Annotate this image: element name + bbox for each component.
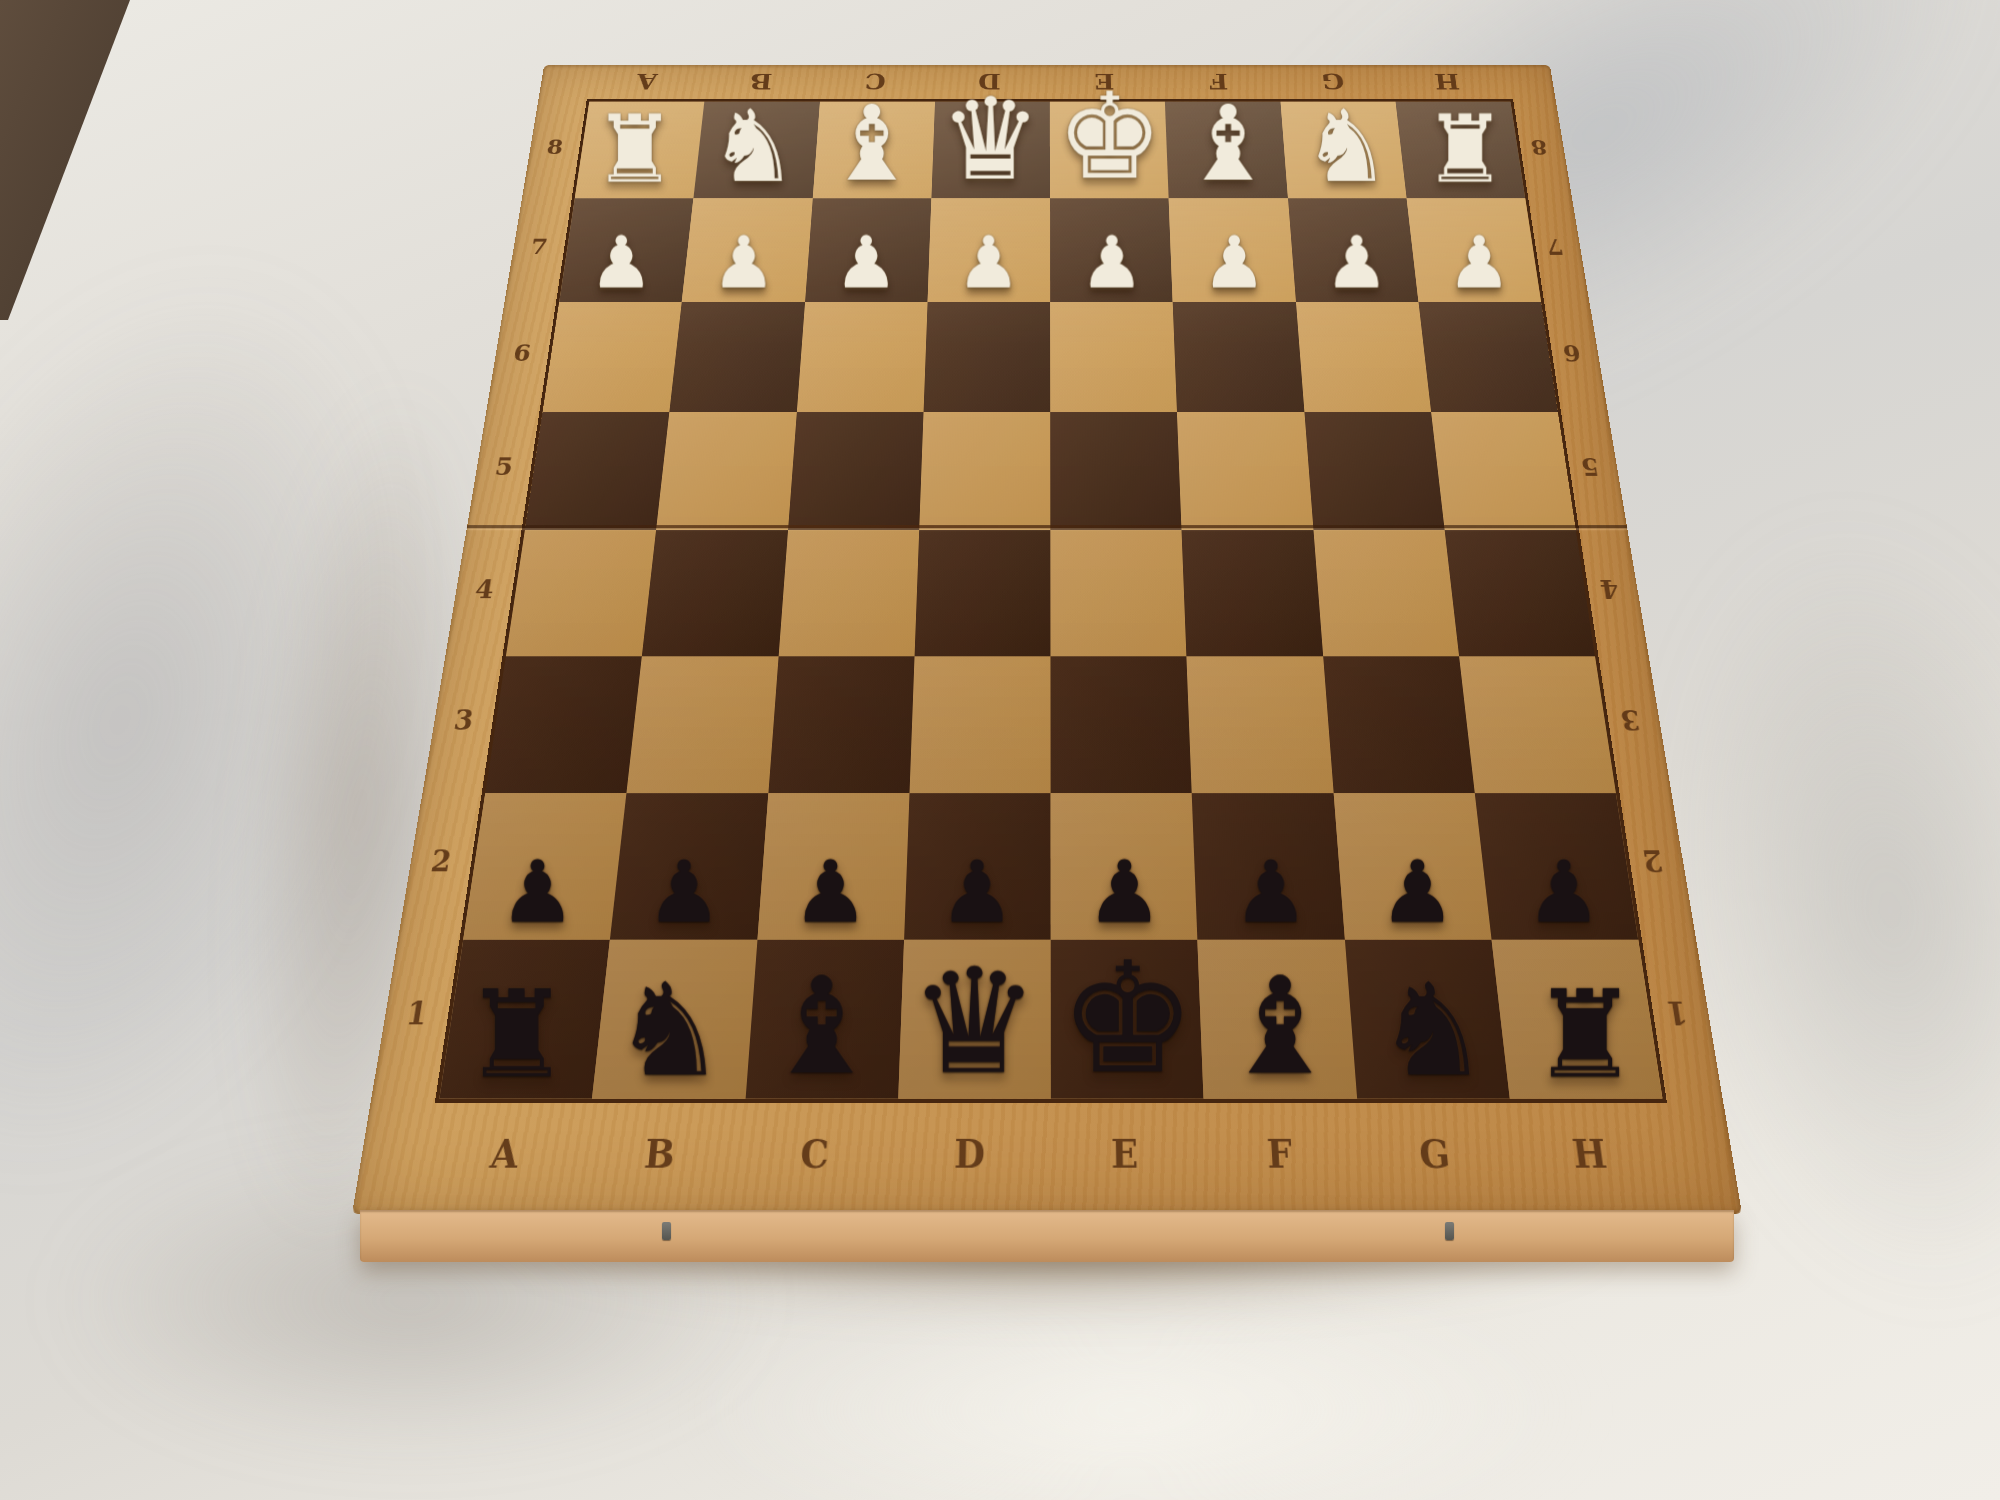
square-e7[interactable]: ♟ xyxy=(1050,199,1173,302)
piece-black-pawn[interactable]: ♟ xyxy=(1379,850,1456,936)
board-front-edge xyxy=(360,1210,1734,1262)
square-c5[interactable] xyxy=(788,412,924,530)
square-d7[interactable]: ♟ xyxy=(927,199,1050,302)
square-h4[interactable] xyxy=(1444,530,1595,657)
square-d4[interactable] xyxy=(914,530,1050,657)
file-label-bottom-e: E xyxy=(1111,1130,1139,1177)
square-g6[interactable] xyxy=(1296,302,1431,412)
piece-black-rook[interactable]: ♜ xyxy=(462,974,570,1094)
piece-black-king[interactable]: ♚ xyxy=(1058,941,1196,1094)
file-label-bottom-g: G xyxy=(1417,1130,1452,1177)
square-d8[interactable]: ♛ xyxy=(931,102,1050,199)
square-a1[interactable]: ♜ xyxy=(439,940,610,1099)
rank-label-right-5: 5 xyxy=(1579,453,1601,481)
piece-white-pawn[interactable]: ♟ xyxy=(1202,227,1266,299)
rank-label-right-2: 2 xyxy=(1640,844,1665,878)
square-e4[interactable] xyxy=(1050,530,1186,657)
square-e2[interactable]: ♟ xyxy=(1051,793,1198,940)
chessboard: ♜♞♝♛♚♝♞♜♟♟♟♟♟♟♟♟♟♟♟♟♟♟♟♟♜♞♝♛♚♝♞♜ 8765432… xyxy=(352,65,1742,1214)
clasp-pin-left xyxy=(662,1222,671,1240)
square-h6[interactable] xyxy=(1418,302,1558,412)
clasp-pin-right xyxy=(1445,1222,1454,1240)
square-a3[interactable] xyxy=(485,657,642,793)
piece-white-bishop[interactable]: ♝ xyxy=(1181,92,1274,196)
square-h1[interactable]: ♜ xyxy=(1491,940,1662,1099)
piece-black-pawn[interactable]: ♟ xyxy=(1086,850,1163,936)
piece-black-pawn[interactable]: ♟ xyxy=(792,850,869,936)
rank-label-right-3: 3 xyxy=(1618,704,1642,736)
square-h8[interactable]: ♜ xyxy=(1395,102,1525,199)
piece-black-knight[interactable]: ♞ xyxy=(1375,966,1490,1094)
square-e3[interactable] xyxy=(1050,657,1191,793)
square-g8[interactable]: ♞ xyxy=(1280,102,1406,199)
rank-label-left-8: 8 xyxy=(545,136,565,159)
piece-black-knight[interactable]: ♞ xyxy=(612,966,727,1094)
square-f2[interactable]: ♟ xyxy=(1192,793,1345,940)
piece-black-pawn[interactable]: ♟ xyxy=(1526,850,1603,936)
square-f4[interactable] xyxy=(1182,530,1323,657)
square-b3[interactable] xyxy=(627,657,778,793)
square-f3[interactable] xyxy=(1187,657,1334,793)
square-f6[interactable] xyxy=(1173,302,1304,412)
piece-white-pawn[interactable]: ♟ xyxy=(957,227,1021,299)
couch-corner xyxy=(0,0,150,320)
square-h7[interactable]: ♟ xyxy=(1406,199,1541,302)
piece-black-bishop[interactable]: ♝ xyxy=(762,960,882,1094)
square-g3[interactable] xyxy=(1323,657,1475,793)
piece-white-pawn[interactable]: ♟ xyxy=(711,227,775,299)
square-d3[interactable] xyxy=(909,657,1050,793)
square-g7[interactable]: ♟ xyxy=(1288,199,1419,302)
square-d6[interactable] xyxy=(923,302,1050,412)
chessboard-scene: ♜♞♝♛♚♝♞♜♟♟♟♟♟♟♟♟♟♟♟♟♟♟♟♟♜♞♝♛♚♝♞♜ 8765432… xyxy=(352,0,1742,1214)
file-label-bottom-h: H xyxy=(1570,1130,1610,1177)
piece-white-pawn[interactable]: ♟ xyxy=(1324,227,1388,299)
piece-white-king[interactable]: ♚ xyxy=(1056,77,1163,196)
rank-label-right-4: 4 xyxy=(1598,574,1621,604)
board-fold-seam xyxy=(467,525,1628,528)
square-g2[interactable]: ♟ xyxy=(1333,793,1491,940)
square-c4[interactable] xyxy=(778,530,919,657)
photo-of-chessboard: { "game": "chess", "scene": { "descripti… xyxy=(0,0,2000,1500)
square-e5[interactable] xyxy=(1050,412,1181,530)
piece-white-rook[interactable]: ♜ xyxy=(1424,102,1508,196)
piece-black-queen[interactable]: ♛ xyxy=(909,949,1040,1095)
file-label-bottom-b: B xyxy=(642,1130,676,1177)
piece-white-pawn[interactable]: ♟ xyxy=(834,227,898,299)
square-c8[interactable]: ♝ xyxy=(812,102,934,199)
rank-label-left-4: 4 xyxy=(473,574,496,604)
rank-label-left-6: 6 xyxy=(512,340,533,366)
square-a4[interactable] xyxy=(506,530,656,657)
rank-label-right-7: 7 xyxy=(1545,235,1565,259)
rank-label-left-2: 2 xyxy=(429,844,454,878)
piece-white-knight[interactable]: ♞ xyxy=(1302,96,1391,196)
rank-label-left-5: 5 xyxy=(493,453,515,481)
square-c3[interactable] xyxy=(768,657,914,793)
square-d2[interactable]: ♟ xyxy=(904,793,1051,940)
piece-black-bishop[interactable]: ♝ xyxy=(1220,960,1340,1094)
square-e1[interactable]: ♚ xyxy=(1051,940,1204,1099)
file-label-bottom-d: D xyxy=(954,1130,986,1177)
piece-black-pawn[interactable]: ♟ xyxy=(645,850,722,936)
square-b2[interactable]: ♟ xyxy=(610,793,768,940)
piece-white-pawn[interactable]: ♟ xyxy=(589,227,653,299)
square-h3[interactable] xyxy=(1459,657,1616,793)
square-f7[interactable]: ♟ xyxy=(1169,199,1296,302)
file-label-top-a: A xyxy=(635,69,659,94)
square-a5[interactable] xyxy=(525,412,670,530)
piece-black-pawn[interactable]: ♟ xyxy=(1232,850,1309,936)
square-b8[interactable]: ♞ xyxy=(694,102,820,199)
square-b5[interactable] xyxy=(656,412,796,530)
rank-label-right-1: 1 xyxy=(1664,995,1690,1032)
file-label-bottom-a: A xyxy=(488,1130,522,1177)
square-e8[interactable]: ♚ xyxy=(1050,102,1169,199)
square-f1[interactable]: ♝ xyxy=(1198,940,1357,1099)
square-f8[interactable]: ♝ xyxy=(1165,102,1288,199)
square-g1[interactable]: ♞ xyxy=(1344,940,1509,1099)
square-g4[interactable] xyxy=(1313,530,1459,657)
piece-white-bishop[interactable]: ♝ xyxy=(825,92,918,196)
square-a2[interactable]: ♟ xyxy=(463,793,626,940)
square-c7[interactable]: ♟ xyxy=(805,199,932,302)
piece-black-pawn[interactable]: ♟ xyxy=(939,850,1016,936)
rank-label-right-6: 6 xyxy=(1561,340,1582,366)
file-label-top-h: H xyxy=(1433,69,1461,94)
piece-white-knight[interactable]: ♞ xyxy=(709,96,798,196)
square-g5[interactable] xyxy=(1304,412,1444,530)
square-a7[interactable]: ♟ xyxy=(559,199,693,302)
file-label-bottom-f: F xyxy=(1266,1130,1294,1177)
piece-white-queen[interactable]: ♛ xyxy=(940,83,1042,196)
board-grid: ♜♞♝♛♚♝♞♜♟♟♟♟♟♟♟♟♟♟♟♟♟♟♟♟♜♞♝♛♚♝♞♜ xyxy=(435,99,1667,1103)
piece-white-pawn[interactable]: ♟ xyxy=(1447,227,1511,299)
square-b1[interactable]: ♞ xyxy=(592,940,757,1099)
file-label-bottom-c: C xyxy=(799,1130,830,1177)
piece-black-pawn[interactable]: ♟ xyxy=(499,850,576,936)
square-d1[interactable]: ♛ xyxy=(898,940,1051,1099)
rank-label-left-1: 1 xyxy=(404,995,430,1032)
square-c2[interactable]: ♟ xyxy=(757,793,909,940)
square-d5[interactable] xyxy=(919,412,1050,530)
rank-label-right-8: 8 xyxy=(1529,136,1549,159)
square-b6[interactable] xyxy=(670,302,805,412)
square-a6[interactable] xyxy=(543,302,682,412)
piece-black-rook[interactable]: ♜ xyxy=(1531,974,1639,1094)
rank-label-left-7: 7 xyxy=(529,235,549,259)
square-c6[interactable] xyxy=(796,302,927,412)
square-c1[interactable]: ♝ xyxy=(745,940,904,1099)
square-b4[interactable] xyxy=(642,530,788,657)
rank-label-left-3: 3 xyxy=(452,704,476,736)
square-b7[interactable]: ♟ xyxy=(682,199,812,302)
piece-white-pawn[interactable]: ♟ xyxy=(1079,227,1143,299)
square-e6[interactable] xyxy=(1050,302,1177,412)
square-a8[interactable]: ♜ xyxy=(575,102,705,199)
square-f5[interactable] xyxy=(1177,412,1313,530)
square-h2[interactable]: ♟ xyxy=(1475,793,1639,940)
square-h5[interactable] xyxy=(1431,412,1576,530)
piece-white-rook[interactable]: ♜ xyxy=(593,102,677,196)
